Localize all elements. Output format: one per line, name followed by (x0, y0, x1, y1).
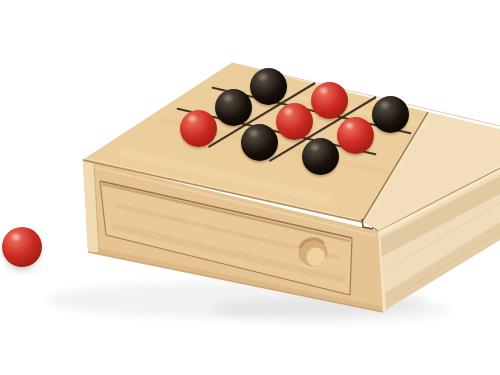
loose-red-ball[interactable]: ● (2, 227, 42, 267)
red-ball[interactable]: ● (337, 117, 374, 154)
red-ball[interactable]: ● (180, 110, 217, 147)
red-ball-glyph: ● (2, 227, 42, 267)
scene: ●●●●●●●●●● (0, 0, 500, 375)
black-ball[interactable]: ● (250, 68, 287, 105)
black-ball-glyph: ● (241, 124, 278, 161)
red-ball-glyph: ● (337, 117, 374, 154)
black-ball-glyph: ● (372, 96, 409, 133)
black-ball[interactable]: ● (372, 96, 409, 133)
red-ball[interactable]: ● (311, 82, 348, 119)
red-ball-glyph: ● (180, 110, 217, 147)
black-ball[interactable]: ● (241, 124, 278, 161)
black-ball[interactable]: ● (215, 89, 252, 126)
black-ball-glyph: ● (250, 68, 287, 105)
red-ball-glyph: ● (276, 103, 313, 140)
black-ball-glyph: ● (302, 138, 339, 175)
red-ball-glyph: ● (311, 82, 348, 119)
pieces-layer: ●●●●●●●●●● (0, 0, 500, 375)
black-ball-glyph: ● (215, 89, 252, 126)
black-ball[interactable]: ● (302, 138, 339, 175)
red-ball[interactable]: ● (276, 103, 313, 140)
